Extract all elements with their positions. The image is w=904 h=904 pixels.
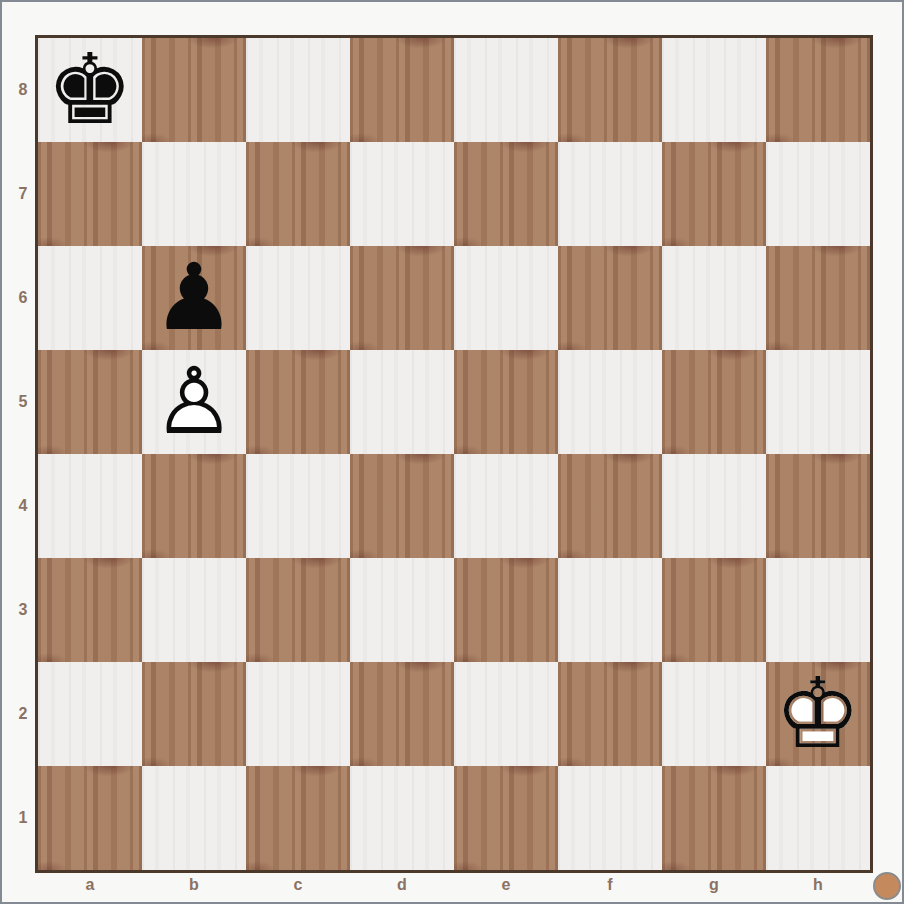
chess-board: ♚♟♟♙♚♔ bbox=[35, 35, 873, 873]
square-b7[interactable] bbox=[142, 142, 246, 246]
square-e4[interactable] bbox=[454, 454, 558, 558]
page: { "game": "chess", "position": { "fen": … bbox=[0, 0, 904, 904]
square-c2[interactable] bbox=[246, 662, 350, 766]
square-c5[interactable] bbox=[246, 350, 350, 454]
square-f5[interactable] bbox=[558, 350, 662, 454]
square-c8[interactable] bbox=[246, 38, 350, 142]
square-g2[interactable] bbox=[662, 662, 766, 766]
square-h2[interactable]: ♚♔ bbox=[766, 662, 870, 766]
square-g8[interactable] bbox=[662, 38, 766, 142]
square-h4[interactable] bbox=[766, 454, 870, 558]
square-d6[interactable] bbox=[350, 246, 454, 350]
file-label-c: c bbox=[246, 871, 350, 898]
square-f8[interactable] bbox=[558, 38, 662, 142]
square-a2[interactable] bbox=[38, 662, 142, 766]
square-d3[interactable] bbox=[350, 558, 454, 662]
square-b4[interactable] bbox=[142, 454, 246, 558]
white-king[interactable]: ♚♔ bbox=[766, 662, 870, 766]
rank-label-8: 8 bbox=[2, 38, 35, 142]
black-pawn[interactable]: ♟ bbox=[142, 246, 246, 350]
square-f6[interactable] bbox=[558, 246, 662, 350]
board-grid: ♚♟♟♙♚♔ bbox=[38, 38, 870, 870]
square-b2[interactable] bbox=[142, 662, 246, 766]
square-a8[interactable]: ♚ bbox=[38, 38, 142, 142]
square-c6[interactable] bbox=[246, 246, 350, 350]
square-g6[interactable] bbox=[662, 246, 766, 350]
square-h8[interactable] bbox=[766, 38, 870, 142]
file-label-a: a bbox=[38, 871, 142, 898]
square-a1[interactable] bbox=[38, 766, 142, 870]
square-e6[interactable] bbox=[454, 246, 558, 350]
square-b3[interactable] bbox=[142, 558, 246, 662]
square-d5[interactable] bbox=[350, 350, 454, 454]
square-e2[interactable] bbox=[454, 662, 558, 766]
square-h5[interactable] bbox=[766, 350, 870, 454]
square-f2[interactable] bbox=[558, 662, 662, 766]
square-b8[interactable] bbox=[142, 38, 246, 142]
file-label-g: g bbox=[662, 871, 766, 898]
rank-label-7: 7 bbox=[2, 142, 35, 246]
square-c3[interactable] bbox=[246, 558, 350, 662]
square-b6[interactable]: ♟ bbox=[142, 246, 246, 350]
square-h3[interactable] bbox=[766, 558, 870, 662]
square-a4[interactable] bbox=[38, 454, 142, 558]
rank-label-3: 3 bbox=[2, 558, 35, 662]
white-king-outline: ♔ bbox=[766, 662, 870, 766]
square-b5[interactable]: ♟♙ bbox=[142, 350, 246, 454]
square-h7[interactable] bbox=[766, 142, 870, 246]
rank-label-5: 5 bbox=[2, 350, 35, 454]
square-f3[interactable] bbox=[558, 558, 662, 662]
black-king-glyph: ♚ bbox=[38, 38, 142, 142]
square-e5[interactable] bbox=[454, 350, 558, 454]
square-e1[interactable] bbox=[454, 766, 558, 870]
rank-label-6: 6 bbox=[2, 246, 35, 350]
square-a3[interactable] bbox=[38, 558, 142, 662]
white-pawn[interactable]: ♟♙ bbox=[142, 350, 246, 454]
file-label-d: d bbox=[350, 871, 454, 898]
square-d4[interactable] bbox=[350, 454, 454, 558]
file-label-b: b bbox=[142, 871, 246, 898]
white-pawn-outline: ♙ bbox=[142, 350, 246, 454]
square-a7[interactable] bbox=[38, 142, 142, 246]
square-d7[interactable] bbox=[350, 142, 454, 246]
square-f7[interactable] bbox=[558, 142, 662, 246]
turn-indicator bbox=[873, 872, 901, 900]
square-f4[interactable] bbox=[558, 454, 662, 558]
square-g5[interactable] bbox=[662, 350, 766, 454]
square-a6[interactable] bbox=[38, 246, 142, 350]
rank-labels: 87654321 bbox=[2, 38, 35, 870]
square-c4[interactable] bbox=[246, 454, 350, 558]
square-b1[interactable] bbox=[142, 766, 246, 870]
square-g4[interactable] bbox=[662, 454, 766, 558]
square-d2[interactable] bbox=[350, 662, 454, 766]
square-e8[interactable] bbox=[454, 38, 558, 142]
rank-label-4: 4 bbox=[2, 454, 35, 558]
square-d8[interactable] bbox=[350, 38, 454, 142]
square-c1[interactable] bbox=[246, 766, 350, 870]
rank-label-2: 2 bbox=[2, 662, 35, 766]
rank-label-1: 1 bbox=[2, 766, 35, 870]
file-label-f: f bbox=[558, 871, 662, 898]
square-g1[interactable] bbox=[662, 766, 766, 870]
square-e7[interactable] bbox=[454, 142, 558, 246]
file-label-h: h bbox=[766, 871, 870, 898]
square-e3[interactable] bbox=[454, 558, 558, 662]
black-king[interactable]: ♚ bbox=[38, 38, 142, 142]
square-d1[interactable] bbox=[350, 766, 454, 870]
black-pawn-glyph: ♟ bbox=[142, 246, 246, 350]
file-label-e: e bbox=[454, 871, 558, 898]
square-f1[interactable] bbox=[558, 766, 662, 870]
square-g3[interactable] bbox=[662, 558, 766, 662]
square-a5[interactable] bbox=[38, 350, 142, 454]
square-g7[interactable] bbox=[662, 142, 766, 246]
file-labels: abcdefgh bbox=[38, 871, 870, 898]
square-h6[interactable] bbox=[766, 246, 870, 350]
square-c7[interactable] bbox=[246, 142, 350, 246]
square-h1[interactable] bbox=[766, 766, 870, 870]
